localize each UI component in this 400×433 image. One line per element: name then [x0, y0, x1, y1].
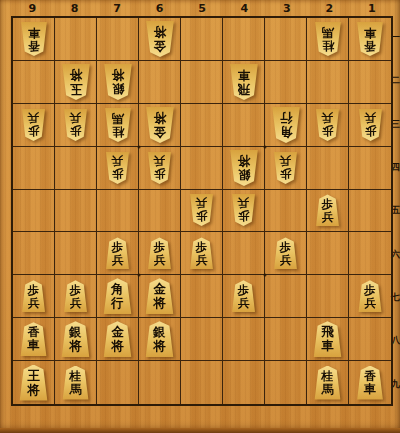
square-9d[interactable] [13, 147, 55, 190]
piece-pawn-gote[interactable]: 歩兵 [273, 152, 298, 184]
square-9g[interactable]: 歩兵 [13, 275, 55, 318]
square-5a[interactable] [181, 18, 223, 61]
piece-pawn-sente[interactable]: 歩兵 [63, 280, 88, 312]
square-7f[interactable]: 歩兵 [97, 232, 139, 275]
piece-face: 歩兵 [105, 237, 130, 269]
piece-kanji: 兵 [280, 155, 292, 168]
board-grid: 香車金将桂馬香車玉将銀将飛車歩兵歩兵桂馬金将角行歩兵歩兵歩兵歩兵銀将歩兵歩兵歩兵… [11, 16, 393, 406]
square-5i[interactable] [181, 361, 223, 404]
piece-face: 飛車 [313, 321, 343, 357]
piece-kanji: 兵 [112, 254, 124, 267]
piece-kanji: 飛 [321, 325, 334, 339]
piece-kanji: 桂 [112, 125, 124, 138]
piece-kanji: 兵 [196, 254, 208, 267]
piece-pawn-gote[interactable]: 歩兵 [358, 109, 383, 141]
piece-kanji: 歩 [238, 210, 250, 223]
piece-kanji: 歩 [280, 167, 292, 180]
piece-face: 角行 [271, 107, 301, 143]
piece-silver-sente[interactable]: 銀将 [145, 321, 175, 357]
piece-kanji: 車 [321, 339, 334, 353]
shogi-board-screenshot: 987654321 一二三四五六七八九 香車金将桂馬香車玉将銀将飛車歩兵歩兵桂馬… [0, 0, 400, 433]
square-6h[interactable]: 銀将 [139, 318, 181, 361]
piece-kanji: 銀 [111, 82, 124, 96]
piece-kanji: 馬 [70, 383, 82, 396]
square-7b[interactable]: 銀将 [97, 61, 139, 104]
piece-kanji: 将 [27, 383, 40, 397]
square-8f[interactable] [55, 232, 97, 275]
piece-kanji: 将 [153, 111, 166, 125]
piece-kanji: 将 [111, 339, 124, 353]
piece-kanji: 銀 [237, 168, 250, 182]
piece-pawn-gote[interactable]: 歩兵 [21, 109, 46, 141]
square-8h[interactable]: 銀将 [55, 318, 97, 361]
file-label-5: 5 [181, 1, 223, 15]
square-8a[interactable] [55, 18, 97, 61]
piece-kanji: 行 [279, 111, 292, 125]
file-labels: 987654321 [11, 1, 393, 15]
piece-kanji: 車 [237, 68, 250, 82]
square-1e[interactable] [349, 190, 391, 233]
square-4a[interactable] [223, 18, 265, 61]
square-5d[interactable] [181, 147, 223, 190]
piece-kanji: 金 [111, 325, 124, 339]
piece-pawn-sente[interactable]: 歩兵 [105, 237, 130, 269]
piece-face: 歩兵 [358, 109, 383, 141]
square-8d[interactable] [55, 147, 97, 190]
piece-kanji: 歩 [322, 124, 334, 137]
piece-pawn-sente[interactable]: 歩兵 [189, 237, 214, 269]
square-2h[interactable]: 飛車 [307, 318, 349, 361]
piece-face: 歩兵 [105, 152, 130, 184]
piece-face: 歩兵 [63, 280, 88, 312]
piece-kanji: 歩 [196, 210, 208, 223]
square-6d[interactable]: 歩兵 [139, 147, 181, 190]
piece-face: 金将 [145, 107, 175, 143]
piece-bishop-sente[interactable]: 角行 [103, 278, 133, 314]
square-4g[interactable]: 歩兵 [223, 275, 265, 318]
square-1g[interactable]: 歩兵 [349, 275, 391, 318]
piece-kanji: 将 [153, 296, 166, 310]
piece-rook-gote[interactable]: 飛車 [229, 64, 259, 100]
square-4i[interactable] [223, 361, 265, 404]
square-4b[interactable]: 飛車 [223, 61, 265, 104]
piece-kanji: 将 [153, 25, 166, 39]
square-3h[interactable] [265, 318, 307, 361]
piece-pawn-sente[interactable]: 歩兵 [273, 237, 298, 269]
square-6f[interactable]: 歩兵 [139, 232, 181, 275]
piece-silver-sente[interactable]: 銀将 [61, 321, 91, 357]
piece-face: 歩兵 [231, 280, 256, 312]
piece-face: 香車 [356, 22, 384, 56]
piece-face: 玉将 [61, 64, 91, 100]
square-1f[interactable] [349, 232, 391, 275]
piece-kanji: 歩 [154, 241, 166, 254]
piece-kanji: 玉 [69, 82, 82, 96]
piece-face: 飛車 [229, 64, 259, 100]
piece-face: 角行 [103, 278, 133, 314]
square-2d[interactable] [307, 147, 349, 190]
piece-kanji: 兵 [238, 197, 250, 210]
piece-kanji: 歩 [238, 284, 250, 297]
piece-kanji: 桂 [70, 370, 82, 383]
square-5f[interactable]: 歩兵 [181, 232, 223, 275]
square-5e[interactable]: 歩兵 [181, 190, 223, 233]
piece-face: 銀将 [103, 64, 133, 100]
piece-lance-gote[interactable]: 香車 [20, 22, 48, 56]
piece-face: 桂馬 [104, 108, 132, 142]
piece-face: 桂馬 [314, 22, 342, 56]
piece-kanji: 歩 [280, 241, 292, 254]
piece-kanji: 兵 [70, 112, 82, 125]
piece-kanji: 角 [111, 282, 124, 296]
square-4c[interactable] [223, 104, 265, 147]
square-1c[interactable]: 歩兵 [349, 104, 391, 147]
square-7i[interactable] [97, 361, 139, 404]
piece-pawn-sente[interactable]: 歩兵 [231, 280, 256, 312]
piece-face: 歩兵 [63, 109, 88, 141]
piece-kanji: 兵 [28, 112, 40, 125]
file-label-9: 9 [11, 1, 53, 15]
square-4e[interactable]: 歩兵 [223, 190, 265, 233]
square-3e[interactable] [265, 190, 307, 233]
piece-kanji: 銀 [153, 325, 166, 339]
square-5h[interactable] [181, 318, 223, 361]
square-7a[interactable] [97, 18, 139, 61]
piece-kanji: 将 [69, 339, 82, 353]
piece-face: 歩兵 [273, 152, 298, 184]
square-3g[interactable] [265, 275, 307, 318]
square-5c[interactable] [181, 104, 223, 147]
piece-kanji: 歩 [154, 167, 166, 180]
piece-face: 金将 [103, 321, 133, 357]
square-2f[interactable] [307, 232, 349, 275]
piece-pawn-gote[interactable]: 歩兵 [63, 109, 88, 141]
square-6e[interactable] [139, 190, 181, 233]
square-3b[interactable] [265, 61, 307, 104]
piece-kanji: 将 [69, 68, 82, 82]
piece-kanji: 兵 [154, 254, 166, 267]
square-9e[interactable] [13, 190, 55, 233]
square-3a[interactable] [265, 18, 307, 61]
piece-face: 金将 [145, 21, 175, 57]
piece-face: 桂馬 [62, 366, 90, 400]
square-8g[interactable]: 歩兵 [55, 275, 97, 318]
piece-kanji: 歩 [112, 167, 124, 180]
piece-kanji: 歩 [28, 124, 40, 137]
piece-face: 歩兵 [189, 237, 214, 269]
piece-face: 王将 [19, 365, 49, 401]
piece-kanji: 桂 [322, 370, 334, 383]
piece-kanji: 兵 [196, 197, 208, 210]
piece-face: 歩兵 [358, 280, 383, 312]
piece-kanji: 歩 [364, 124, 376, 137]
piece-face: 歩兵 [147, 152, 172, 184]
piece-face: 歩兵 [315, 109, 340, 141]
square-8i[interactable]: 桂馬 [55, 361, 97, 404]
square-5b[interactable] [181, 61, 223, 104]
square-3i[interactable] [265, 361, 307, 404]
square-2c[interactable]: 歩兵 [307, 104, 349, 147]
piece-kanji: 行 [111, 296, 124, 310]
piece-kanji: 香 [28, 39, 40, 52]
piece-pawn-gote[interactable]: 歩兵 [189, 194, 214, 226]
square-9c[interactable]: 歩兵 [13, 104, 55, 147]
piece-lance-sente[interactable]: 香車 [356, 366, 384, 400]
square-4f[interactable] [223, 232, 265, 275]
piece-kanji: 兵 [364, 112, 376, 125]
square-4d[interactable]: 銀将 [223, 147, 265, 190]
piece-pawn-gote[interactable]: 歩兵 [105, 152, 130, 184]
piece-kanji: 馬 [322, 383, 334, 396]
piece-kanji: 車 [364, 26, 376, 39]
square-7c[interactable]: 桂馬 [97, 104, 139, 147]
piece-kanji: 馬 [322, 26, 334, 39]
square-8b[interactable]: 玉将 [55, 61, 97, 104]
piece-kanji: 将 [153, 339, 166, 353]
piece-kanji: 馬 [112, 112, 124, 125]
file-label-1: 1 [351, 1, 393, 15]
file-label-2: 2 [308, 1, 350, 15]
square-3d[interactable]: 歩兵 [265, 147, 307, 190]
square-1a[interactable]: 香車 [349, 18, 391, 61]
piece-silver-gote[interactable]: 銀将 [103, 64, 133, 100]
piece-face: 銀将 [61, 321, 91, 357]
piece-face: 香車 [356, 366, 384, 400]
piece-gold-gote[interactable]: 金将 [145, 107, 175, 143]
piece-kanji: 桂 [322, 39, 334, 52]
piece-kanji: 金 [153, 282, 166, 296]
piece-face: 金将 [145, 278, 175, 314]
piece-face: 銀将 [229, 150, 259, 186]
piece-kanji: 兵 [154, 155, 166, 168]
board-bottom-edge [0, 428, 400, 433]
piece-kanji: 歩 [70, 284, 82, 297]
piece-kanji: 兵 [322, 112, 334, 125]
piece-face: 桂馬 [314, 366, 342, 400]
square-7e[interactable] [97, 190, 139, 233]
piece-face: 歩兵 [231, 194, 256, 226]
square-3f[interactable]: 歩兵 [265, 232, 307, 275]
square-5g[interactable] [181, 275, 223, 318]
square-9f[interactable] [13, 232, 55, 275]
piece-lance-sente[interactable]: 香車 [20, 322, 48, 356]
piece-kanji: 兵 [70, 297, 82, 310]
piece-rook-sente[interactable]: 飛車 [313, 321, 343, 357]
piece-lance-gote[interactable]: 香車 [356, 22, 384, 56]
piece-kanji: 車 [28, 26, 40, 39]
piece-kanji: 歩 [112, 241, 124, 254]
square-9b[interactable] [13, 61, 55, 104]
piece-kanji: 兵 [280, 254, 292, 267]
piece-kanji: 香 [364, 370, 376, 383]
piece-face: 歩兵 [189, 194, 214, 226]
piece-pawn-sente[interactable]: 歩兵 [315, 194, 340, 226]
square-2i[interactable]: 桂馬 [307, 361, 349, 404]
piece-knight-gote[interactable]: 桂馬 [314, 22, 342, 56]
square-6g[interactable]: 金将 [139, 275, 181, 318]
square-1b[interactable] [349, 61, 391, 104]
square-8c[interactable]: 歩兵 [55, 104, 97, 147]
square-8e[interactable] [55, 190, 97, 233]
piece-face: 香車 [20, 322, 48, 356]
piece-gold-sente[interactable]: 金将 [145, 278, 175, 314]
square-1h[interactable] [349, 318, 391, 361]
square-2e[interactable]: 歩兵 [307, 190, 349, 233]
piece-kanji: 車 [364, 383, 376, 396]
square-6a[interactable]: 金将 [139, 18, 181, 61]
piece-kanji: 香 [364, 39, 376, 52]
square-2a[interactable]: 桂馬 [307, 18, 349, 61]
piece-knight-gote[interactable]: 桂馬 [104, 108, 132, 142]
file-label-4: 4 [223, 1, 265, 15]
piece-pawn-sente[interactable]: 歩兵 [358, 280, 383, 312]
square-2g[interactable] [307, 275, 349, 318]
piece-face: 歩兵 [315, 194, 340, 226]
piece-pawn-gote[interactable]: 歩兵 [231, 194, 256, 226]
piece-kanji: 兵 [322, 211, 334, 224]
piece-pawn-gote[interactable]: 歩兵 [147, 152, 172, 184]
piece-kanji: 歩 [70, 124, 82, 137]
piece-kanji: 将 [237, 154, 250, 168]
piece-kanji: 角 [279, 125, 292, 139]
square-1i[interactable]: 香車 [349, 361, 391, 404]
file-label-8: 8 [53, 1, 95, 15]
square-9a[interactable]: 香車 [13, 18, 55, 61]
square-9h[interactable]: 香車 [13, 318, 55, 361]
piece-kanji: 王 [27, 369, 40, 383]
piece-kanji: 兵 [112, 155, 124, 168]
piece-kanji: 車 [28, 339, 40, 352]
piece-kanji: 兵 [28, 297, 40, 310]
piece-pawn-sente[interactable]: 歩兵 [147, 237, 172, 269]
square-1d[interactable] [349, 147, 391, 190]
piece-kanji: 歩 [196, 241, 208, 254]
piece-face: 歩兵 [273, 237, 298, 269]
piece-kanji: 飛 [237, 82, 250, 96]
piece-kanji: 銀 [69, 325, 82, 339]
piece-kanji: 兵 [364, 297, 376, 310]
square-7h[interactable]: 金将 [97, 318, 139, 361]
piece-pawn-gote[interactable]: 歩兵 [315, 109, 340, 141]
square-6c[interactable]: 金将 [139, 104, 181, 147]
piece-face: 銀将 [145, 321, 175, 357]
piece-silver-gote[interactable]: 銀将 [229, 150, 259, 186]
piece-pawn-sente[interactable]: 歩兵 [21, 280, 46, 312]
piece-knight-sente[interactable]: 桂馬 [314, 366, 342, 400]
square-9i[interactable]: 王将 [13, 361, 55, 404]
piece-kanji: 金 [153, 39, 166, 53]
piece-kanji: 金 [153, 125, 166, 139]
piece-king-sente[interactable]: 王将 [19, 365, 49, 401]
piece-gold-gote[interactable]: 金将 [145, 21, 175, 57]
piece-kanji: 将 [111, 68, 124, 82]
square-3c[interactable]: 角行 [265, 104, 307, 147]
piece-face: 歩兵 [21, 109, 46, 141]
file-label-7: 7 [96, 1, 138, 15]
square-7g[interactable]: 角行 [97, 275, 139, 318]
square-6b[interactable] [139, 61, 181, 104]
piece-gold-sente[interactable]: 金将 [103, 321, 133, 357]
piece-kanji: 歩 [28, 284, 40, 297]
piece-kanji: 歩 [364, 284, 376, 297]
square-6i[interactable] [139, 361, 181, 404]
piece-face: 歩兵 [21, 280, 46, 312]
piece-king-gote[interactable]: 玉将 [61, 64, 91, 100]
piece-face: 香車 [20, 22, 48, 56]
piece-face: 歩兵 [147, 237, 172, 269]
piece-bishop-gote[interactable]: 角行 [271, 107, 301, 143]
file-label-3: 3 [266, 1, 308, 15]
square-7d[interactable]: 歩兵 [97, 147, 139, 190]
piece-knight-sente[interactable]: 桂馬 [62, 366, 90, 400]
piece-kanji: 兵 [238, 297, 250, 310]
square-2b[interactable] [307, 61, 349, 104]
square-4h[interactable] [223, 318, 265, 361]
file-label-6: 6 [138, 1, 180, 15]
